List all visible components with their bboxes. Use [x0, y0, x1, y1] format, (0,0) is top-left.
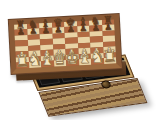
- chess-board: ♜♞♝♛♚♝♞♜♟♟♟♟♟♟♟♟♟♟♟♟♟♟♟♟♜♞♝♛♚♝♞♜: [9, 9, 122, 73]
- chess-set-scene: ♜♞♝♛♚♝♞♜♟♟♟♟♟♟♟♟♟♟♟♟♟♟♟♟♜♞♝♛♚♝♞♜: [0, 0, 160, 120]
- board-frame: ♜♞♝♛♚♝♞♜♟♟♟♟♟♟♟♟♟♟♟♟♟♟♟♟♜♞♝♛♚♝♞♜: [9, 14, 122, 74]
- board-grid: ♜♞♝♛♚♝♞♜♟♟♟♟♟♟♟♟♟♟♟♟♟♟♟♟♜♞♝♛♚♝♞♜: [14, 19, 116, 68]
- square-h1[interactable]: ♜: [103, 57, 116, 63]
- piece-white-rook[interactable]: ♜: [102, 48, 117, 65]
- drawer-handle[interactable]: [100, 80, 112, 89]
